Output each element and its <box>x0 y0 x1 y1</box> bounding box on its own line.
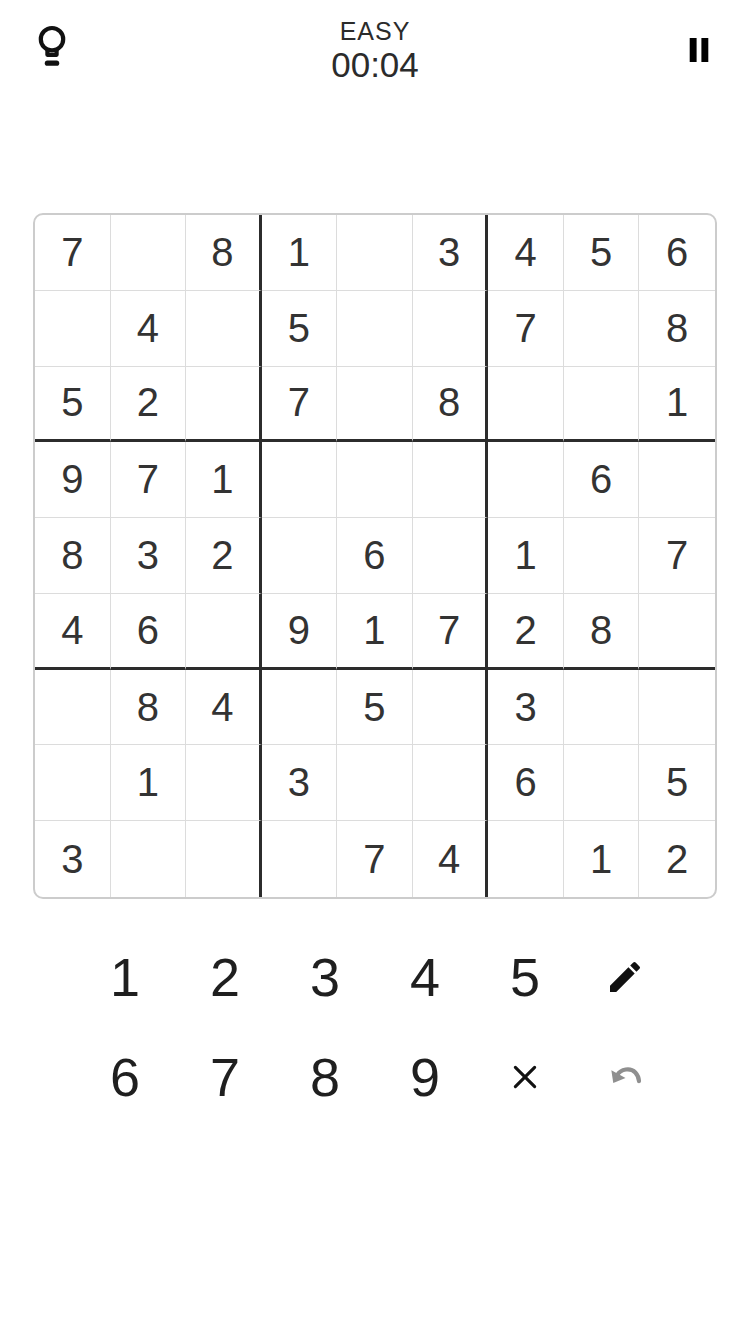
cell-r5c8[interactable] <box>564 518 640 594</box>
cell-r1c6[interactable]: 3 <box>413 215 489 291</box>
cell-r8c9[interactable]: 5 <box>639 745 715 821</box>
cell-r7c4[interactable] <box>262 670 338 746</box>
numpad-row-2: 6 7 8 9 <box>75 1027 675 1127</box>
cell-r2c7[interactable]: 7 <box>488 291 564 367</box>
cell-r2c6[interactable] <box>413 291 489 367</box>
numpad-5[interactable]: 5 <box>510 950 540 1004</box>
cell-r5c5[interactable]: 6 <box>337 518 413 594</box>
cell-r9c5[interactable]: 7 <box>337 821 413 897</box>
cell-r5c1[interactable]: 8 <box>35 518 111 594</box>
cell-r7c5[interactable]: 5 <box>337 670 413 746</box>
cell-r8c4[interactable]: 3 <box>262 745 338 821</box>
cell-r8c7[interactable]: 6 <box>488 745 564 821</box>
cell-r4c3[interactable]: 1 <box>186 442 262 518</box>
cell-r3c9[interactable]: 1 <box>639 367 715 443</box>
cell-r5c6[interactable] <box>413 518 489 594</box>
cell-r6c7[interactable]: 2 <box>488 594 564 670</box>
cell-r4c2[interactable]: 7 <box>111 442 187 518</box>
pause-icon <box>681 32 717 68</box>
cell-r8c8[interactable] <box>564 745 640 821</box>
cell-r4c7[interactable] <box>488 442 564 518</box>
cell-r3c8[interactable] <box>564 367 640 443</box>
cell-r6c3[interactable] <box>186 594 262 670</box>
cell-r5c9[interactable]: 7 <box>639 518 715 594</box>
cell-r3c7[interactable] <box>488 367 564 443</box>
numpad-6[interactable]: 6 <box>110 1050 140 1104</box>
cell-r7c3[interactable]: 4 <box>186 670 262 746</box>
cell-r4c1[interactable]: 9 <box>35 442 111 518</box>
cell-r9c3[interactable] <box>186 821 262 897</box>
pencil-icon <box>605 957 645 997</box>
cell-r2c4[interactable]: 5 <box>262 291 338 367</box>
cell-r3c6[interactable]: 8 <box>413 367 489 443</box>
undo-button[interactable] <box>595 1047 655 1107</box>
cell-r9c8[interactable]: 1 <box>564 821 640 897</box>
cell-r7c2[interactable]: 8 <box>111 670 187 746</box>
cell-r5c4[interactable] <box>262 518 338 594</box>
cell-r9c6[interactable]: 4 <box>413 821 489 897</box>
numpad-1[interactable]: 1 <box>110 950 140 1004</box>
cell-r6c4[interactable]: 9 <box>262 594 338 670</box>
cell-r8c6[interactable] <box>413 745 489 821</box>
numpad: 1 2 3 4 5 6 7 8 9 <box>75 927 675 1127</box>
cell-r6c6[interactable]: 7 <box>413 594 489 670</box>
cell-r2c9[interactable]: 8 <box>639 291 715 367</box>
cell-r6c2[interactable]: 6 <box>111 594 187 670</box>
cell-r1c2[interactable] <box>111 215 187 291</box>
cell-r4c8[interactable]: 6 <box>564 442 640 518</box>
cell-r2c2[interactable]: 4 <box>111 291 187 367</box>
cell-r9c4[interactable] <box>262 821 338 897</box>
cell-r5c7[interactable]: 1 <box>488 518 564 594</box>
numpad-7[interactable]: 7 <box>210 1050 240 1104</box>
erase-button[interactable] <box>495 1047 555 1107</box>
cell-r2c8[interactable] <box>564 291 640 367</box>
cell-r1c3[interactable]: 8 <box>186 215 262 291</box>
timer: 00:04 <box>0 45 750 85</box>
cell-r6c5[interactable]: 1 <box>337 594 413 670</box>
cell-r8c2[interactable]: 1 <box>111 745 187 821</box>
topbar: EASY 00:04 <box>0 0 750 100</box>
erase-icon <box>508 1060 542 1094</box>
cell-r8c3[interactable] <box>186 745 262 821</box>
cell-r1c1[interactable]: 7 <box>35 215 111 291</box>
cell-r7c9[interactable] <box>639 670 715 746</box>
cell-r2c3[interactable] <box>186 291 262 367</box>
numpad-row-1: 1 2 3 4 5 <box>75 927 675 1027</box>
cell-r9c9[interactable]: 2 <box>639 821 715 897</box>
numpad-9[interactable]: 9 <box>410 1050 440 1104</box>
cell-r7c8[interactable] <box>564 670 640 746</box>
cell-r4c5[interactable] <box>337 442 413 518</box>
cell-r4c4[interactable] <box>262 442 338 518</box>
cell-r1c7[interactable]: 4 <box>488 215 564 291</box>
cell-r4c9[interactable] <box>639 442 715 518</box>
cell-r3c5[interactable] <box>337 367 413 443</box>
cell-r2c1[interactable] <box>35 291 111 367</box>
cell-r7c6[interactable] <box>413 670 489 746</box>
cell-r4c6[interactable] <box>413 442 489 518</box>
cell-r5c2[interactable]: 3 <box>111 518 187 594</box>
cell-r5c3[interactable]: 2 <box>186 518 262 594</box>
cell-r3c1[interactable]: 5 <box>35 367 111 443</box>
cell-r1c4[interactable]: 1 <box>262 215 338 291</box>
cell-r2c5[interactable] <box>337 291 413 367</box>
cell-r1c8[interactable]: 5 <box>564 215 640 291</box>
cell-r7c1[interactable] <box>35 670 111 746</box>
cell-r9c1[interactable]: 3 <box>35 821 111 897</box>
cell-r6c1[interactable]: 4 <box>35 594 111 670</box>
cell-r7c7[interactable]: 3 <box>488 670 564 746</box>
cell-r8c1[interactable] <box>35 745 111 821</box>
cell-r8c5[interactable] <box>337 745 413 821</box>
numpad-2[interactable]: 2 <box>210 950 240 1004</box>
numpad-8[interactable]: 8 <box>310 1050 340 1104</box>
cell-r1c5[interactable] <box>337 215 413 291</box>
cell-r3c4[interactable]: 7 <box>262 367 338 443</box>
cell-r6c9[interactable] <box>639 594 715 670</box>
undo-icon <box>604 1056 646 1098</box>
cell-r9c2[interactable] <box>111 821 187 897</box>
sudoku-board: 7813456457852781971683261746917288453136… <box>33 213 717 899</box>
pencil-button[interactable] <box>595 947 655 1007</box>
pause-button[interactable] <box>679 30 719 70</box>
cell-r3c3[interactable] <box>186 367 262 443</box>
cell-r9c7[interactable] <box>488 821 564 897</box>
cell-r6c8[interactable]: 8 <box>564 594 640 670</box>
difficulty-label: EASY <box>0 17 750 46</box>
cell-r3c2[interactable]: 2 <box>111 367 187 443</box>
numpad-3[interactable]: 3 <box>310 950 340 1004</box>
numpad-4[interactable]: 4 <box>410 950 440 1004</box>
cell-r1c9[interactable]: 6 <box>639 215 715 291</box>
